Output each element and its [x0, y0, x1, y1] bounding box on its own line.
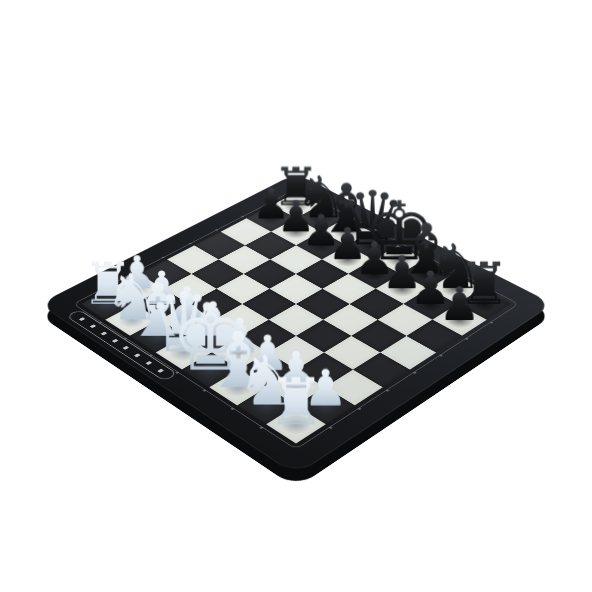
panel-button-8[interactable] — [157, 369, 164, 373]
panel-button-7[interactable] — [145, 361, 152, 365]
frame-boundary-dot — [149, 354, 153, 357]
frame-boundary-dot — [161, 256, 165, 258]
frame-boundary-dot — [259, 426, 264, 429]
panel-button-5[interactable] — [123, 346, 130, 350]
product-photo-stage: ♜♞♝♛♚♝♞♜♟♟♟♟♟♟♟♟♟♟♟♟♟♟♟♟♜♞♝♛♚♝♞♜ — [0, 0, 592, 592]
square-h6[interactable] — [407, 320, 462, 353]
frame-boundary-dot — [489, 321, 493, 324]
frame-boundary-dot — [412, 371, 417, 374]
frame-boundary-dot — [328, 426, 333, 429]
panel-button-6[interactable] — [134, 353, 141, 357]
panel-button-2[interactable] — [90, 324, 97, 328]
frame-boundary-dot — [357, 407, 362, 410]
frame-boundary-dot — [188, 242, 192, 244]
frame-boundary-dot — [98, 321, 102, 324]
panel-button-4[interactable] — [112, 339, 119, 343]
frame-boundary-dot — [385, 389, 390, 392]
board-grid: ♜♞♝♛♚♝♞♜♟♟♟♟♟♟♟♟♟♟♟♟♟♟♟♟♜♞♝♛♚♝♞♜ — [81, 193, 511, 444]
frame-boundary-dot — [439, 354, 443, 357]
square-h1[interactable]: ♜ — [266, 405, 326, 443]
scene: ♜♞♝♛♚♝♞♜♟♟♟♟♟♟♟♟♟♟♟♟♟♟♟♟♜♞♝♛♚♝♞♜ — [0, 0, 592, 592]
panel-button-1[interactable] — [79, 317, 86, 321]
frame-boundary-dot — [202, 389, 207, 392]
chess-board: ♜♞♝♛♚♝♞♜♟♟♟♟♟♟♟♟♟♟♟♟♟♟♟♟♜♞♝♛♚♝♞♜ — [39, 173, 554, 475]
frame-boundary-dot — [230, 407, 235, 410]
frame-boundary-dot — [241, 215, 245, 217]
panel-button-3[interactable] — [101, 332, 108, 336]
frame-boundary-dot — [175, 371, 180, 374]
frame-boundary-dot — [215, 229, 219, 231]
square-d5[interactable] — [270, 274, 323, 304]
frame-boundary-dot — [464, 337, 468, 340]
